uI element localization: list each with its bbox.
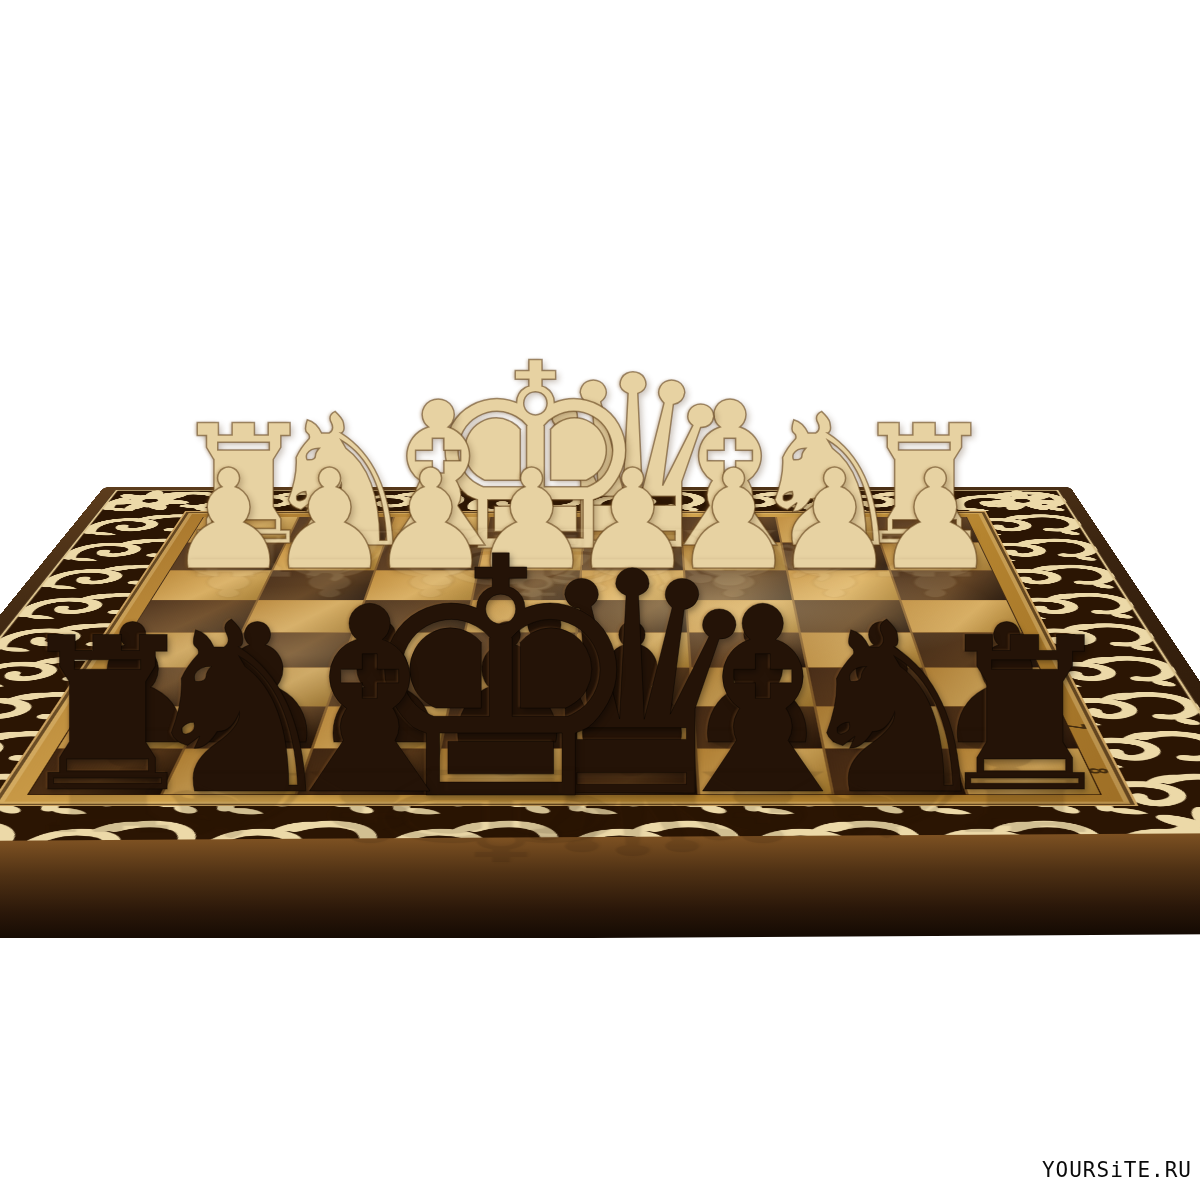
square-a4 <box>901 600 1021 632</box>
square-a2 <box>881 543 991 570</box>
square-e7 <box>441 707 569 748</box>
square-b6 <box>808 668 935 706</box>
square-g4 <box>243 600 364 632</box>
chess-photo-scene: 7 8 ♜♞♝♛♚♝♞♜♟♟♟♟♟♟♟♟♟♟♟♟♟♟♟♟♜♞♝♛♚♝♞♜ YOU… <box>0 0 1200 1199</box>
square-c8 <box>697 749 832 795</box>
square-d4 <box>578 600 687 632</box>
square-h6 <box>85 668 223 706</box>
square-c5 <box>689 633 805 668</box>
square-f3 <box>366 571 477 600</box>
square-g5 <box>226 633 352 668</box>
square-g6 <box>207 668 340 706</box>
square-e6 <box>450 668 572 706</box>
square-e8 <box>432 749 567 795</box>
square-h4 <box>131 600 256 632</box>
square-b3 <box>788 571 899 600</box>
square-c7 <box>694 707 822 748</box>
square-f5 <box>342 633 464 668</box>
playing-field <box>27 517 1102 795</box>
square-f1 <box>386 517 488 542</box>
square-e1 <box>485 517 584 542</box>
square-h2 <box>171 543 285 570</box>
square-d7 <box>569 707 694 748</box>
square-h5 <box>109 633 240 668</box>
square-c1 <box>682 517 781 542</box>
square-d2 <box>582 543 683 570</box>
square-e4 <box>466 600 578 632</box>
square-a3 <box>891 571 1006 600</box>
square-e5 <box>459 633 576 668</box>
square-g3 <box>259 571 374 600</box>
square-c2 <box>683 543 786 570</box>
square-d3 <box>580 571 685 600</box>
square-d6 <box>572 668 691 706</box>
square-c6 <box>692 668 814 706</box>
watermark: YOURSiTE.RU <box>1042 1158 1192 1182</box>
square-b2 <box>782 543 888 570</box>
square-h1 <box>188 517 297 542</box>
square-e3 <box>473 571 580 600</box>
square-a6 <box>925 668 1057 706</box>
square-e2 <box>479 543 582 570</box>
chess-board: 7 8 <box>0 487 1200 863</box>
board-front-edge <box>0 833 1200 942</box>
square-b5 <box>801 633 922 668</box>
square-b7 <box>816 707 950 748</box>
square-a5 <box>913 633 1039 668</box>
square-b8 <box>825 749 966 795</box>
square-f8 <box>297 749 438 795</box>
square-a7 <box>938 707 1077 748</box>
board-squares <box>27 517 1102 795</box>
square-d1 <box>584 517 681 542</box>
square-b4 <box>794 600 910 632</box>
square-d8 <box>566 749 697 795</box>
square-c3 <box>685 571 792 600</box>
square-b1 <box>777 517 879 542</box>
square-h3 <box>152 571 271 600</box>
square-a8 <box>953 749 1100 795</box>
square-g8 <box>163 749 311 795</box>
square-h7 <box>58 707 204 748</box>
square-d5 <box>575 633 689 668</box>
square-h8 <box>29 749 183 795</box>
background-below-board <box>0 938 1200 1199</box>
square-f7 <box>314 707 448 748</box>
square-f4 <box>354 600 470 632</box>
square-g1 <box>287 517 393 542</box>
square-g7 <box>186 707 326 748</box>
square-f2 <box>376 543 483 570</box>
square-g2 <box>273 543 383 570</box>
square-f6 <box>329 668 456 706</box>
square-a1 <box>873 517 979 542</box>
square-c4 <box>687 600 798 632</box>
